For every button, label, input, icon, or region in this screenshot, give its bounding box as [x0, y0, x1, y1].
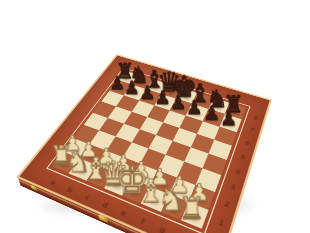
piece-black-pawn: ♟: [220, 109, 238, 128]
chess-set-photo: abcdefgh 12345678 ♜♞♝♛♚♝♞♜♟♟♟♟♟♟♟♟♟♟♟♟♟♟…: [0, 0, 310, 233]
square-d5: [140, 116, 164, 134]
file-label-g: g: [151, 221, 174, 233]
piece-black-pawn: ♟: [203, 104, 220, 122]
square-h1: ♜: [181, 201, 209, 228]
rank-label-1: 1: [212, 211, 230, 233]
piece-black-pawn: ♟: [154, 89, 171, 107]
file-label-f: f: [132, 213, 155, 228]
file-label-h: h: [171, 230, 195, 233]
piece-white-rook: ♜: [178, 194, 205, 223]
piece-black-pawn: ♟: [170, 94, 187, 112]
piece-black-pawn: ♟: [124, 79, 140, 96]
piece-black-pawn: ♟: [139, 84, 155, 101]
brass-clasp-icon: [99, 213, 109, 222]
brass-hinge-icon: [31, 184, 38, 191]
board-grid: ♜♞♝♛♚♝♞♜♟♟♟♟♟♟♟♟♟♟♟♟♟♟♟♟♜♞♝♛♚♝♞♜: [52, 70, 246, 228]
piece-black-pawn: ♟: [186, 99, 203, 117]
